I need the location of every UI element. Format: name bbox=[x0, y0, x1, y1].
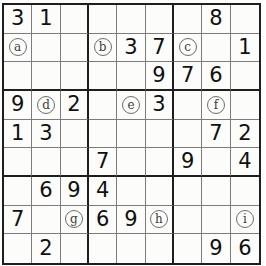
cell-r7c3[interactable]: 9 bbox=[61, 177, 89, 206]
cell-r3c6[interactable]: 9 bbox=[146, 62, 174, 91]
given-digit: 9 bbox=[67, 180, 80, 201]
circled-letter-i: i bbox=[236, 210, 254, 228]
cell-r4c3[interactable]: 2 bbox=[61, 91, 89, 120]
cell-r8c4[interactable]: 6 bbox=[89, 206, 117, 235]
given-digit: 6 bbox=[39, 180, 52, 201]
given-digit: 7 bbox=[152, 37, 165, 58]
cell-r4c9[interactable] bbox=[231, 91, 259, 120]
cell-r2c9[interactable]: 1 bbox=[231, 34, 259, 63]
cell-r4c4[interactable] bbox=[89, 91, 117, 120]
cell-r6c2[interactable] bbox=[32, 148, 60, 177]
given-digit: 8 bbox=[209, 8, 222, 29]
cell-r9c5[interactable] bbox=[117, 234, 145, 263]
cell-r2c2[interactable] bbox=[32, 34, 60, 63]
given-digit: 1 bbox=[238, 37, 251, 58]
cell-r1c8[interactable]: 8 bbox=[202, 5, 230, 34]
cell-r9c8[interactable]: 9 bbox=[202, 234, 230, 263]
cell-r8c3[interactable]: g bbox=[61, 206, 89, 235]
cell-r8c5[interactable]: 9 bbox=[117, 206, 145, 235]
cell-r7c7[interactable] bbox=[174, 177, 202, 206]
cell-r2c5[interactable]: 3 bbox=[117, 34, 145, 63]
given-digit: 3 bbox=[39, 123, 52, 144]
cell-r6c7[interactable]: 9 bbox=[174, 148, 202, 177]
cell-r8c8[interactable] bbox=[202, 206, 230, 235]
cell-r4c6[interactable]: 3 bbox=[146, 91, 174, 120]
cell-r1c2[interactable]: 1 bbox=[32, 5, 60, 34]
circled-letter-c: c bbox=[179, 38, 197, 56]
cell-r3c8[interactable]: 6 bbox=[202, 62, 230, 91]
cell-r8c7[interactable] bbox=[174, 206, 202, 235]
cell-r5c9[interactable]: 2 bbox=[231, 120, 259, 149]
cell-r7c9[interactable] bbox=[231, 177, 259, 206]
puzzle-page: 318ab37c19769d2e3f13727946947g69hi296 bbox=[0, 0, 266, 266]
cell-r9c4[interactable] bbox=[89, 234, 117, 263]
sudoku-board: 318ab37c19769d2e3f13727946947g69hi296 bbox=[2, 3, 261, 265]
cell-r4c7[interactable] bbox=[174, 91, 202, 120]
cell-r2c4[interactable]: b bbox=[89, 34, 117, 63]
given-digit: 9 bbox=[11, 94, 24, 115]
cell-r9c2[interactable]: 2 bbox=[32, 234, 60, 263]
given-digit: 9 bbox=[124, 209, 137, 230]
cell-r4c8[interactable]: f bbox=[202, 91, 230, 120]
cell-r4c1[interactable]: 9 bbox=[4, 91, 32, 120]
cell-r1c3[interactable] bbox=[61, 5, 89, 34]
cell-r5c6[interactable] bbox=[146, 120, 174, 149]
circled-letter-a: a bbox=[9, 38, 27, 56]
cell-r6c5[interactable] bbox=[117, 148, 145, 177]
given-digit: 3 bbox=[152, 94, 165, 115]
given-digit: 9 bbox=[152, 65, 165, 86]
given-digit: 4 bbox=[238, 151, 251, 172]
cell-r8c2[interactable] bbox=[32, 206, 60, 235]
cell-r1c5[interactable] bbox=[117, 5, 145, 34]
cell-r9c7[interactable] bbox=[174, 234, 202, 263]
cell-r6c8[interactable] bbox=[202, 148, 230, 177]
cell-r7c5[interactable] bbox=[117, 177, 145, 206]
cell-r2c3[interactable] bbox=[61, 34, 89, 63]
cell-r9c3[interactable] bbox=[61, 234, 89, 263]
cell-r4c2[interactable]: d bbox=[32, 91, 60, 120]
cell-r7c6[interactable] bbox=[146, 177, 174, 206]
cell-r1c4[interactable] bbox=[89, 5, 117, 34]
cell-r3c3[interactable] bbox=[61, 62, 89, 91]
cell-r3c4[interactable] bbox=[89, 62, 117, 91]
cell-r5c3[interactable] bbox=[61, 120, 89, 149]
cell-r1c7[interactable] bbox=[174, 5, 202, 34]
cell-r7c1[interactable] bbox=[4, 177, 32, 206]
cell-r8c1[interactable]: 7 bbox=[4, 206, 32, 235]
given-digit: 3 bbox=[124, 37, 137, 58]
circled-letter-b: b bbox=[94, 38, 112, 56]
cell-r5c2[interactable]: 3 bbox=[32, 120, 60, 149]
cell-r3c1[interactable] bbox=[4, 62, 32, 91]
cell-r3c2[interactable] bbox=[32, 62, 60, 91]
given-digit: 1 bbox=[39, 8, 52, 29]
cell-r5c1[interactable]: 1 bbox=[4, 120, 32, 149]
cell-r5c5[interactable] bbox=[117, 120, 145, 149]
given-digit: 9 bbox=[209, 238, 222, 259]
given-digit: 9 bbox=[181, 151, 194, 172]
given-digit: 1 bbox=[11, 123, 24, 144]
cell-r1c1[interactable]: 3 bbox=[4, 5, 32, 34]
cell-r8c6[interactable]: h bbox=[146, 206, 174, 235]
cell-r6c3[interactable] bbox=[61, 148, 89, 177]
cell-r9c1[interactable] bbox=[4, 234, 32, 263]
given-digit: 6 bbox=[96, 209, 109, 230]
cell-r9c9[interactable]: 6 bbox=[231, 234, 259, 263]
cell-r2c6[interactable]: 7 bbox=[146, 34, 174, 63]
given-digit: 7 bbox=[11, 209, 24, 230]
cell-r3c9[interactable] bbox=[231, 62, 259, 91]
cell-r9c6[interactable] bbox=[146, 234, 174, 263]
given-digit: 4 bbox=[96, 180, 109, 201]
cell-r6c1[interactable] bbox=[4, 148, 32, 177]
cell-r7c8[interactable] bbox=[202, 177, 230, 206]
cell-r5c8[interactable]: 7 bbox=[202, 120, 230, 149]
circled-letter-d: d bbox=[37, 96, 55, 114]
cell-r5c7[interactable] bbox=[174, 120, 202, 149]
cell-r3c5[interactable] bbox=[117, 62, 145, 91]
cell-r1c9[interactable] bbox=[231, 5, 259, 34]
cell-r7c4[interactable]: 4 bbox=[89, 177, 117, 206]
cell-r6c9[interactable]: 4 bbox=[231, 148, 259, 177]
cell-r7c2[interactable]: 6 bbox=[32, 177, 60, 206]
given-digit: 7 bbox=[209, 123, 222, 144]
cell-r1c6[interactable] bbox=[146, 5, 174, 34]
given-digit: 6 bbox=[238, 238, 251, 259]
given-digit: 2 bbox=[67, 94, 80, 115]
cell-r8c9[interactable]: i bbox=[231, 206, 259, 235]
cell-r2c7[interactable]: c bbox=[174, 34, 202, 63]
cell-r2c8[interactable] bbox=[202, 34, 230, 63]
given-digit: 3 bbox=[11, 8, 24, 29]
cell-r5c4[interactable] bbox=[89, 120, 117, 149]
circled-letter-h: h bbox=[150, 210, 168, 228]
circled-letter-g: g bbox=[65, 210, 83, 228]
cell-r6c6[interactable] bbox=[146, 148, 174, 177]
cell-r3c7[interactable]: 7 bbox=[174, 62, 202, 91]
cell-r2c1[interactable]: a bbox=[4, 34, 32, 63]
given-digit: 7 bbox=[181, 65, 194, 86]
given-digit: 2 bbox=[238, 123, 251, 144]
circled-letter-f: f bbox=[207, 96, 225, 114]
circled-letter-e: e bbox=[122, 96, 140, 114]
given-digit: 6 bbox=[209, 65, 222, 86]
given-digit: 7 bbox=[96, 151, 109, 172]
given-digit: 2 bbox=[39, 238, 52, 259]
cell-r6c4[interactable]: 7 bbox=[89, 148, 117, 177]
cell-r4c5[interactable]: e bbox=[117, 91, 145, 120]
